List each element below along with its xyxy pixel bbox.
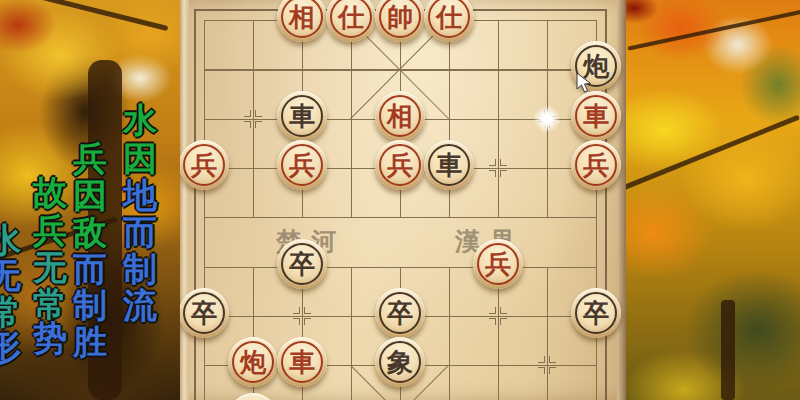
autumn-background-left [0,0,181,400]
branch [622,115,800,191]
xiangqi-board[interactable]: 楚河 漢界 相仕帥仕炮車相車兵兵兵車兵卒兵卒卒卒炮車象 [180,0,626,400]
piece-ring: 兵 [379,144,421,186]
piece-ring: 兵 [281,144,323,186]
file-line [204,20,205,400]
piece-character: 車 [289,103,315,129]
piece-red-pawn[interactable]: 兵 [571,140,621,190]
position-marker [293,307,311,325]
piece-red-pawn[interactable]: 兵 [375,140,425,190]
piece-ring: 相 [379,95,421,137]
piece-character: 兵 [387,152,413,178]
piece-ring: 象 [379,341,421,383]
piece-character: 相 [289,4,315,30]
piece-ring: 卒 [281,243,323,285]
piece-ring: 兵 [575,144,617,186]
piece-ring: 卒 [379,292,421,334]
position-marker [538,356,556,374]
piece-ring: 兵 [477,243,519,285]
piece-red-elephant[interactable]: 相 [375,91,425,141]
position-marker [244,110,262,128]
piece-character: 車 [583,103,609,129]
piece-ring: 兵 [183,144,225,186]
piece-red-chariot[interactable]: 車 [571,91,621,141]
piece-ring: 帥 [379,0,421,38]
game-screen: 楚河 漢界 相仕帥仕炮車相車兵兵兵車兵卒兵卒卒卒炮車象 水因地而制流兵因敌而制胜… [0,0,800,400]
rank-line [204,217,596,218]
branch [628,9,800,50]
position-marker [489,159,507,177]
board-left-edge [180,0,189,400]
piece-character: 兵 [583,152,609,178]
piece-black-pawn[interactable]: 卒 [375,288,425,338]
piece-black-pawn[interactable]: 卒 [180,288,229,338]
piece-black-chariot[interactable]: 車 [424,140,474,190]
piece-ring: 車 [281,341,323,383]
piece-red-cannon[interactable]: 炮 [228,337,278,387]
position-marker [489,307,507,325]
piece-character: 卒 [583,300,609,326]
piece-black-elephant[interactable]: 象 [375,337,425,387]
piece-black-pawn[interactable]: 卒 [277,239,327,289]
piece-character: 仕 [436,4,462,30]
piece-red-chariot[interactable]: 車 [277,337,327,387]
piece-ring: 相 [281,0,323,38]
piece-character: 卒 [289,251,315,277]
piece-red-pawn[interactable]: 兵 [473,239,523,289]
piece-ring: 仕 [428,0,470,38]
piece-character: 仕 [338,4,364,30]
tree-trunk [88,60,122,400]
piece-ring: 車 [281,95,323,137]
mouse-cursor-icon [576,72,596,98]
piece-ring: 仕 [330,0,372,38]
autumn-background-right [626,0,800,400]
piece-character: 卒 [191,300,217,326]
piece-ring: 炮 [232,341,274,383]
piece-character: 象 [387,349,413,375]
piece-character: 卒 [387,300,413,326]
piece-black-chariot[interactable]: 車 [277,91,327,141]
piece-character: 炮 [240,349,266,375]
file-line [351,267,352,400]
piece-ring: 卒 [575,292,617,334]
piece-character: 兵 [485,251,511,277]
piece-red-pawn[interactable]: 兵 [277,140,327,190]
piece-character: 車 [289,349,315,375]
piece-ring: 車 [428,144,470,186]
piece-character: 兵 [289,152,315,178]
file-line [449,267,450,400]
piece-red-pawn[interactable]: 兵 [180,140,229,190]
piece-ring: 卒 [183,292,225,334]
branch [22,0,169,31]
tree-trunk [721,300,735,400]
piece-character: 兵 [191,152,217,178]
piece-ring: 車 [575,95,617,137]
file-line [498,20,499,217]
piece-character: 車 [436,152,462,178]
piece-character: 帥 [387,4,413,30]
file-line [547,267,548,400]
piece-black-pawn[interactable]: 卒 [571,288,621,338]
piece-character: 相 [387,103,413,129]
